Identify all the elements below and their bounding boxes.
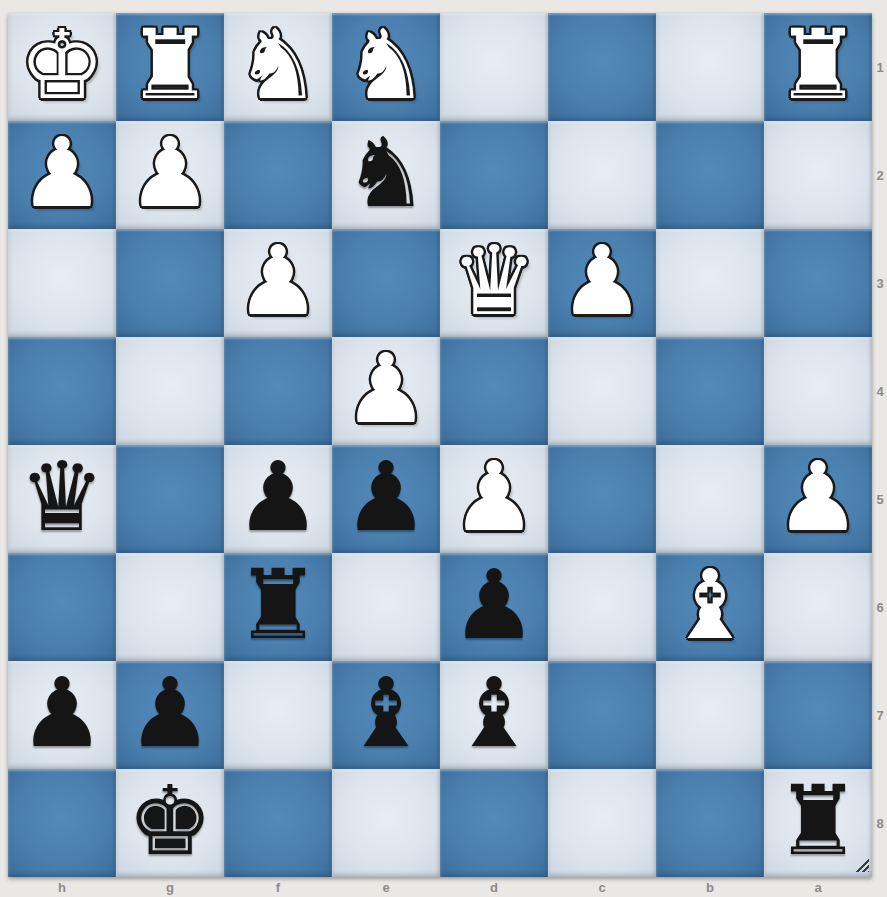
black-pawn-piece[interactable]: ♟ <box>19 665 105 761</box>
file-label-g: g <box>116 879 224 897</box>
white-knight-piece[interactable]: ♞ <box>343 17 429 113</box>
rank-label-5: 5 <box>873 445 887 553</box>
square-d6[interactable]: ♟ <box>440 553 548 661</box>
square-h6[interactable] <box>8 553 116 661</box>
rank-labels: 12345678 <box>873 13 887 877</box>
square-f8[interactable] <box>224 769 332 877</box>
white-bishop-piece[interactable]: ♝ <box>667 557 753 653</box>
square-f5[interactable]: ♟ <box>224 445 332 553</box>
square-h3[interactable] <box>8 229 116 337</box>
square-b3[interactable] <box>656 229 764 337</box>
square-e1[interactable]: ♞ <box>332 13 440 121</box>
square-b8[interactable] <box>656 769 764 877</box>
square-c1[interactable] <box>548 13 656 121</box>
square-a8[interactable]: ♜ <box>764 769 872 877</box>
square-a3[interactable] <box>764 229 872 337</box>
square-e4[interactable]: ♟ <box>332 337 440 445</box>
square-b4[interactable] <box>656 337 764 445</box>
square-b6[interactable]: ♝ <box>656 553 764 661</box>
square-b5[interactable] <box>656 445 764 553</box>
square-h8[interactable] <box>8 769 116 877</box>
square-f3[interactable]: ♟ <box>224 229 332 337</box>
file-label-a: a <box>764 879 872 897</box>
square-g2[interactable]: ♟ <box>116 121 224 229</box>
square-b2[interactable] <box>656 121 764 229</box>
square-g1[interactable]: ♜ <box>116 13 224 121</box>
white-pawn-piece[interactable]: ♟ <box>19 125 105 221</box>
white-pawn-piece[interactable]: ♟ <box>127 125 213 221</box>
black-rook-piece[interactable]: ♜ <box>235 557 321 653</box>
square-c5[interactable] <box>548 445 656 553</box>
white-rook-piece[interactable]: ♜ <box>775 17 861 113</box>
black-knight-piece[interactable]: ♞ <box>343 125 429 221</box>
square-h2[interactable]: ♟ <box>8 121 116 229</box>
chess-app: ♚♜♞♞♜♟♟♞♟♛♟♟♛♟♟♟♟♜♟♝♟♟♝♝♚♜ hgfedcba 1234… <box>0 0 887 897</box>
square-g3[interactable] <box>116 229 224 337</box>
rank-label-2: 2 <box>873 121 887 229</box>
white-rook-piece[interactable]: ♜ <box>127 17 213 113</box>
square-f1[interactable]: ♞ <box>224 13 332 121</box>
square-e5[interactable]: ♟ <box>332 445 440 553</box>
square-g6[interactable] <box>116 553 224 661</box>
square-f4[interactable] <box>224 337 332 445</box>
square-g5[interactable] <box>116 445 224 553</box>
rank-label-3: 3 <box>873 229 887 337</box>
square-e2[interactable]: ♞ <box>332 121 440 229</box>
white-pawn-piece[interactable]: ♟ <box>559 233 645 329</box>
square-a4[interactable] <box>764 337 872 445</box>
file-label-b: b <box>656 879 764 897</box>
square-a2[interactable] <box>764 121 872 229</box>
white-king-piece[interactable]: ♚ <box>19 17 105 113</box>
square-e6[interactable] <box>332 553 440 661</box>
black-pawn-piece[interactable]: ♟ <box>127 665 213 761</box>
square-h1[interactable]: ♚ <box>8 13 116 121</box>
square-c7[interactable] <box>548 661 656 769</box>
file-label-h: h <box>8 879 116 897</box>
black-pawn-piece[interactable]: ♟ <box>451 557 537 653</box>
black-rook-piece[interactable]: ♜ <box>775 773 861 869</box>
square-h4[interactable] <box>8 337 116 445</box>
square-c6[interactable] <box>548 553 656 661</box>
file-label-d: d <box>440 879 548 897</box>
square-d8[interactable] <box>440 769 548 877</box>
square-c4[interactable] <box>548 337 656 445</box>
square-d4[interactable] <box>440 337 548 445</box>
black-pawn-piece[interactable]: ♟ <box>343 449 429 545</box>
square-d7[interactable]: ♝ <box>440 661 548 769</box>
square-f6[interactable]: ♜ <box>224 553 332 661</box>
chess-board: ♚♜♞♞♜♟♟♞♟♛♟♟♛♟♟♟♟♜♟♝♟♟♝♝♚♜ <box>8 13 872 877</box>
square-e3[interactable] <box>332 229 440 337</box>
square-g7[interactable]: ♟ <box>116 661 224 769</box>
square-e8[interactable] <box>332 769 440 877</box>
black-king-piece[interactable]: ♚ <box>127 773 213 869</box>
square-g4[interactable] <box>116 337 224 445</box>
square-f7[interactable] <box>224 661 332 769</box>
square-c3[interactable]: ♟ <box>548 229 656 337</box>
square-a5[interactable]: ♟ <box>764 445 872 553</box>
square-b1[interactable] <box>656 13 764 121</box>
black-pawn-piece[interactable]: ♟ <box>235 449 321 545</box>
square-d3[interactable]: ♛ <box>440 229 548 337</box>
square-h5[interactable]: ♛ <box>8 445 116 553</box>
white-pawn-piece[interactable]: ♟ <box>343 341 429 437</box>
white-knight-piece[interactable]: ♞ <box>235 17 321 113</box>
rank-label-1: 1 <box>873 13 887 121</box>
square-g8[interactable]: ♚ <box>116 769 224 877</box>
file-labels: hgfedcba <box>8 879 872 897</box>
rank-label-7: 7 <box>873 661 887 769</box>
white-pawn-piece[interactable]: ♟ <box>235 233 321 329</box>
rank-label-8: 8 <box>873 769 887 877</box>
square-c2[interactable] <box>548 121 656 229</box>
square-b7[interactable] <box>656 661 764 769</box>
rank-label-6: 6 <box>873 553 887 661</box>
square-e7[interactable]: ♝ <box>332 661 440 769</box>
black-bishop-piece[interactable]: ♝ <box>343 665 429 761</box>
square-d2[interactable] <box>440 121 548 229</box>
white-queen-piece[interactable]: ♛ <box>451 233 537 329</box>
black-queen-piece[interactable]: ♛ <box>19 449 105 545</box>
file-label-c: c <box>548 879 656 897</box>
square-f2[interactable] <box>224 121 332 229</box>
square-a6[interactable] <box>764 553 872 661</box>
square-a7[interactable] <box>764 661 872 769</box>
black-bishop-piece[interactable]: ♝ <box>451 665 537 761</box>
white-pawn-piece[interactable]: ♟ <box>775 449 861 545</box>
square-d1[interactable] <box>440 13 548 121</box>
white-pawn-piece[interactable]: ♟ <box>451 449 537 545</box>
file-label-e: e <box>332 879 440 897</box>
square-a1[interactable]: ♜ <box>764 13 872 121</box>
square-c8[interactable] <box>548 769 656 877</box>
rank-label-4: 4 <box>873 337 887 445</box>
square-h7[interactable]: ♟ <box>8 661 116 769</box>
file-label-f: f <box>224 879 332 897</box>
square-d5[interactable]: ♟ <box>440 445 548 553</box>
